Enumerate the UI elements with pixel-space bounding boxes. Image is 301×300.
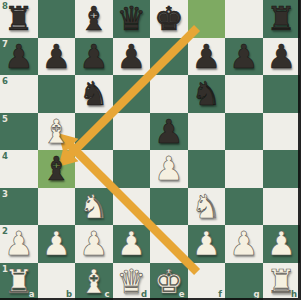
square-b4[interactable]: ♝: [38, 150, 76, 188]
square-e3[interactable]: [150, 188, 188, 226]
black-king-e8-piece: ♚: [150, 0, 188, 38]
square-g4[interactable]: [225, 150, 263, 188]
square-f4[interactable]: [188, 150, 226, 188]
square-h7[interactable]: ♟: [263, 38, 301, 76]
square-b8[interactable]: [38, 0, 76, 38]
square-h3[interactable]: [263, 188, 301, 226]
square-b7[interactable]: ♟: [38, 38, 76, 76]
square-c3[interactable]: ♞: [75, 188, 113, 226]
square-g3[interactable]: [225, 188, 263, 226]
square-c7[interactable]: ♟: [75, 38, 113, 76]
square-f6[interactable]: ♞: [188, 75, 226, 113]
square-h8[interactable]: ♜: [263, 0, 301, 38]
square-b3[interactable]: [38, 188, 76, 226]
black-pawn-f7-piece: ♟: [188, 38, 226, 76]
file-label-b: b: [66, 290, 72, 299]
square-b5[interactable]: ♝: [38, 113, 76, 151]
rank-label-1: 1: [2, 265, 8, 274]
square-d8[interactable]: ♛: [113, 0, 151, 38]
white-pawn-d2-piece: ♟: [113, 225, 151, 263]
black-knight-c6-piece: ♞: [75, 75, 113, 113]
rank-label-8: 8: [2, 2, 8, 11]
file-label-e: e: [179, 290, 185, 299]
square-e2[interactable]: [150, 225, 188, 263]
square-a8[interactable]: 8♜: [0, 0, 38, 38]
black-pawn-d7-piece: ♟: [113, 38, 151, 76]
square-a3[interactable]: 3: [0, 188, 38, 226]
square-d3[interactable]: [113, 188, 151, 226]
square-h5[interactable]: [263, 113, 301, 151]
square-f8[interactable]: [188, 0, 226, 38]
board-squares: 8♜♝♛♚♜7♟♟♟♟♟♟♟6♞♞5♝♟4♝♟3♞♞2♟♟♟♟♟♟♟1a♜bc♝…: [0, 0, 300, 300]
square-e7[interactable]: [150, 38, 188, 76]
square-e6[interactable]: [150, 75, 188, 113]
black-knight-f6-piece: ♞: [188, 75, 226, 113]
file-label-h: h: [291, 290, 297, 299]
black-bishop-b4-piece: ♝: [38, 150, 76, 188]
chess-board: 8♜♝♛♚♜7♟♟♟♟♟♟♟6♞♞5♝♟4♝♟3♞♞2♟♟♟♟♟♟♟1a♜bc♝…: [0, 0, 300, 300]
rank-label-5: 5: [2, 115, 8, 124]
square-g8[interactable]: [225, 0, 263, 38]
black-queen-d8-piece: ♛: [113, 0, 151, 38]
square-c4[interactable]: [75, 150, 113, 188]
black-pawn-c7-piece: ♟: [75, 38, 113, 76]
black-bishop-c8-piece: ♝: [75, 0, 113, 38]
square-g2[interactable]: ♟: [225, 225, 263, 263]
white-pawn-f2-piece: ♟: [188, 225, 226, 263]
white-pawn-g2-piece: ♟: [225, 225, 263, 263]
square-a7[interactable]: 7♟: [0, 38, 38, 76]
square-e4[interactable]: ♟: [150, 150, 188, 188]
black-pawn-g7-piece: ♟: [225, 38, 263, 76]
square-f1[interactable]: f: [188, 263, 226, 300]
rank-label-6: 6: [2, 77, 8, 86]
black-rook-h8-piece: ♜: [263, 0, 301, 38]
square-e5[interactable]: ♟: [150, 113, 188, 151]
square-e1[interactable]: e♚: [150, 263, 188, 300]
black-pawn-e5-piece: ♟: [150, 113, 188, 151]
square-b2[interactable]: ♟: [38, 225, 76, 263]
square-d5[interactable]: [113, 113, 151, 151]
square-f2[interactable]: ♟: [188, 225, 226, 263]
square-g6[interactable]: [225, 75, 263, 113]
square-g5[interactable]: [225, 113, 263, 151]
square-f5[interactable]: [188, 113, 226, 151]
file-label-c: c: [104, 290, 109, 299]
square-h2[interactable]: ♟: [263, 225, 301, 263]
white-pawn-c2-piece: ♟: [75, 225, 113, 263]
square-d1[interactable]: d♛: [113, 263, 151, 300]
square-d4[interactable]: [113, 150, 151, 188]
square-e8[interactable]: ♚: [150, 0, 188, 38]
white-pawn-e4-piece: ♟: [150, 150, 188, 188]
file-label-a: a: [29, 290, 35, 299]
file-label-g: g: [253, 290, 259, 299]
square-c8[interactable]: ♝: [75, 0, 113, 38]
white-pawn-b2-piece: ♟: [38, 225, 76, 263]
square-f3[interactable]: ♞: [188, 188, 226, 226]
square-a6[interactable]: 6: [0, 75, 38, 113]
square-g7[interactable]: ♟: [225, 38, 263, 76]
square-a1[interactable]: 1a♜: [0, 263, 38, 300]
square-g1[interactable]: g: [225, 263, 263, 300]
square-d6[interactable]: [113, 75, 151, 113]
square-h1[interactable]: h♜: [263, 263, 301, 300]
square-c5[interactable]: [75, 113, 113, 151]
square-h6[interactable]: [263, 75, 301, 113]
black-pawn-h7-piece: ♟: [263, 38, 301, 76]
square-d2[interactable]: ♟: [113, 225, 151, 263]
white-knight-f3-piece: ♞: [188, 188, 226, 226]
white-bishop-b5-piece: ♝: [38, 113, 76, 151]
square-c6[interactable]: ♞: [75, 75, 113, 113]
black-pawn-b7-piece: ♟: [38, 38, 76, 76]
rank-label-3: 3: [2, 190, 8, 199]
file-label-d: d: [141, 290, 147, 299]
square-b6[interactable]: [38, 75, 76, 113]
white-knight-c3-piece: ♞: [75, 188, 113, 226]
square-f7[interactable]: ♟: [188, 38, 226, 76]
square-h4[interactable]: [263, 150, 301, 188]
white-pawn-h2-piece: ♟: [263, 225, 301, 263]
square-a2[interactable]: 2♟: [0, 225, 38, 263]
square-a4[interactable]: 4: [0, 150, 38, 188]
square-c2[interactable]: ♟: [75, 225, 113, 263]
rank-label-7: 7: [2, 40, 8, 49]
rank-label-4: 4: [2, 152, 8, 161]
rank-label-2: 2: [2, 227, 8, 236]
file-label-f: f: [218, 290, 222, 299]
square-d7[interactable]: ♟: [113, 38, 151, 76]
square-c1[interactable]: c♝: [75, 263, 113, 300]
square-a5[interactable]: 5: [0, 113, 38, 151]
square-b1[interactable]: b: [38, 263, 76, 300]
